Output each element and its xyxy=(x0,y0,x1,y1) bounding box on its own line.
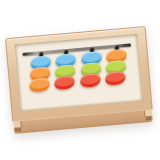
track-column-2 xyxy=(51,49,79,108)
disc-red[interactable] xyxy=(54,75,75,90)
track-column-4 xyxy=(102,44,130,103)
disc-columns xyxy=(25,44,130,109)
finger-joint-right xyxy=(144,110,152,117)
finger-joint-left xyxy=(13,121,21,128)
tray-rim xyxy=(5,26,153,122)
track-column-1 xyxy=(25,51,53,110)
product-photo-scene xyxy=(0,0,160,160)
puzzle-board xyxy=(15,34,143,111)
disc-orange[interactable] xyxy=(29,78,50,93)
disc-red[interactable] xyxy=(105,71,126,86)
wooden-tray xyxy=(5,26,154,136)
track-column-3 xyxy=(76,47,104,106)
disc-red[interactable] xyxy=(80,73,101,88)
